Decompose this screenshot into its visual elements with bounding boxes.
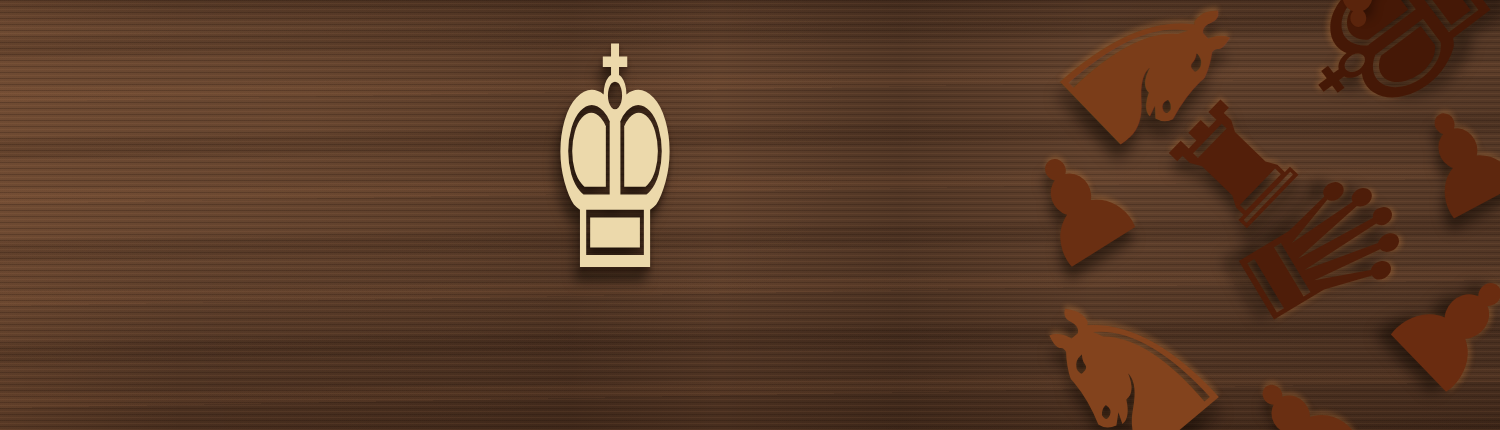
white-king-standing: ♚ xyxy=(545,9,685,315)
chess-photo-banner: ♚♞♚♟♜♟♟♛♟♞♟ xyxy=(0,0,1500,430)
dark-piece-cut-by-top-edge: ♟ xyxy=(1310,0,1404,42)
pieces-layer: ♚♞♚♟♜♟♟♛♟♞♟ xyxy=(0,0,1500,430)
